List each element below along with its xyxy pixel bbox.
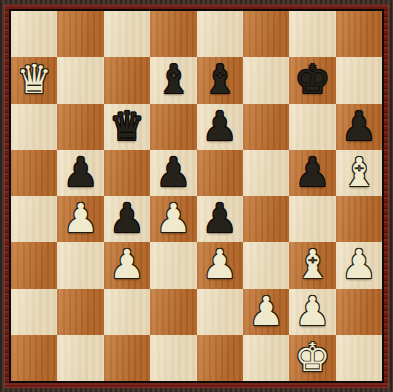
black-pawn-piece[interactable]: ♟ [109, 198, 145, 238]
black-pawn-piece[interactable]: ♟ [295, 152, 331, 192]
square-e8[interactable] [197, 11, 243, 57]
chess-board: ♛♝♝♚♛♟♟♟♟♟♝♟♟♟♟♟♟♝♟♟♟♚ [11, 11, 382, 381]
white-pawn-piece[interactable]: ♟ [295, 291, 331, 331]
square-f6[interactable] [243, 104, 289, 150]
square-e2[interactable] [197, 289, 243, 335]
square-d7[interactable]: ♝ [150, 57, 196, 103]
white-pawn-piece[interactable]: ♟ [155, 198, 191, 238]
square-a5[interactable] [11, 150, 57, 196]
square-g3[interactable]: ♝ [289, 242, 335, 288]
board-frame-inner-line: ♛♝♝♚♛♟♟♟♟♟♝♟♟♟♟♟♟♝♟♟♟♚ [9, 9, 384, 383]
white-queen-piece[interactable]: ♛ [16, 59, 52, 99]
black-pawn-piece[interactable]: ♟ [202, 198, 238, 238]
square-a3[interactable] [11, 242, 57, 288]
square-e5[interactable] [197, 150, 243, 196]
square-h1[interactable] [336, 335, 382, 381]
square-f7[interactable] [243, 57, 289, 103]
square-d1[interactable] [150, 335, 196, 381]
square-a7[interactable]: ♛ [11, 57, 57, 103]
square-c3[interactable]: ♟ [104, 242, 150, 288]
square-g6[interactable] [289, 104, 335, 150]
square-c6[interactable]: ♛ [104, 104, 150, 150]
white-pawn-piece[interactable]: ♟ [341, 244, 377, 284]
square-d2[interactable] [150, 289, 196, 335]
black-pawn-piece[interactable]: ♟ [341, 106, 377, 146]
square-d3[interactable] [150, 242, 196, 288]
square-h6[interactable]: ♟ [336, 104, 382, 150]
black-pawn-piece[interactable]: ♟ [202, 106, 238, 146]
square-g7[interactable]: ♚ [289, 57, 335, 103]
white-pawn-piece[interactable]: ♟ [109, 244, 145, 284]
square-a8[interactable] [11, 11, 57, 57]
square-f3[interactable] [243, 242, 289, 288]
square-g8[interactable] [289, 11, 335, 57]
square-b3[interactable] [57, 242, 103, 288]
square-b4[interactable]: ♟ [57, 196, 103, 242]
square-h2[interactable] [336, 289, 382, 335]
square-b1[interactable] [57, 335, 103, 381]
square-c2[interactable] [104, 289, 150, 335]
white-bishop-piece[interactable]: ♝ [341, 152, 377, 192]
square-e1[interactable] [197, 335, 243, 381]
square-d4[interactable]: ♟ [150, 196, 196, 242]
square-d8[interactable] [150, 11, 196, 57]
square-d6[interactable] [150, 104, 196, 150]
board-frame: ♛♝♝♚♛♟♟♟♟♟♝♟♟♟♟♟♟♝♟♟♟♚ [4, 4, 389, 388]
square-c7[interactable] [104, 57, 150, 103]
square-c5[interactable] [104, 150, 150, 196]
square-d5[interactable]: ♟ [150, 150, 196, 196]
square-a6[interactable] [11, 104, 57, 150]
square-h3[interactable]: ♟ [336, 242, 382, 288]
square-f4[interactable] [243, 196, 289, 242]
square-a1[interactable] [11, 335, 57, 381]
square-g1[interactable]: ♚ [289, 335, 335, 381]
square-b6[interactable] [57, 104, 103, 150]
white-pawn-piece[interactable]: ♟ [63, 198, 99, 238]
black-pawn-piece[interactable]: ♟ [63, 152, 99, 192]
square-g2[interactable]: ♟ [289, 289, 335, 335]
square-e7[interactable]: ♝ [197, 57, 243, 103]
square-h8[interactable] [336, 11, 382, 57]
square-c4[interactable]: ♟ [104, 196, 150, 242]
white-pawn-piece[interactable]: ♟ [248, 291, 284, 331]
black-queen-piece[interactable]: ♛ [109, 106, 145, 146]
square-c1[interactable] [104, 335, 150, 381]
white-pawn-piece[interactable]: ♟ [202, 244, 238, 284]
board-outer-edge: ♛♝♝♚♛♟♟♟♟♟♝♟♟♟♟♟♟♝♟♟♟♚ [0, 0, 393, 392]
square-c8[interactable] [104, 11, 150, 57]
square-e6[interactable]: ♟ [197, 104, 243, 150]
black-pawn-piece[interactable]: ♟ [155, 152, 191, 192]
square-b5[interactable]: ♟ [57, 150, 103, 196]
black-bishop-piece[interactable]: ♝ [155, 59, 191, 99]
black-king-piece[interactable]: ♚ [295, 59, 331, 99]
black-bishop-piece[interactable]: ♝ [202, 59, 238, 99]
square-h4[interactable] [336, 196, 382, 242]
square-b2[interactable] [57, 289, 103, 335]
square-g4[interactable] [289, 196, 335, 242]
square-a4[interactable] [11, 196, 57, 242]
square-b8[interactable] [57, 11, 103, 57]
square-f1[interactable] [243, 335, 289, 381]
square-e3[interactable]: ♟ [197, 242, 243, 288]
white-bishop-piece[interactable]: ♝ [295, 244, 331, 284]
square-f2[interactable]: ♟ [243, 289, 289, 335]
white-king-piece[interactable]: ♚ [295, 337, 331, 377]
square-h7[interactable] [336, 57, 382, 103]
square-h5[interactable]: ♝ [336, 150, 382, 196]
square-g5[interactable]: ♟ [289, 150, 335, 196]
square-b7[interactable] [57, 57, 103, 103]
square-a2[interactable] [11, 289, 57, 335]
square-f5[interactable] [243, 150, 289, 196]
square-e4[interactable]: ♟ [197, 196, 243, 242]
square-f8[interactable] [243, 11, 289, 57]
